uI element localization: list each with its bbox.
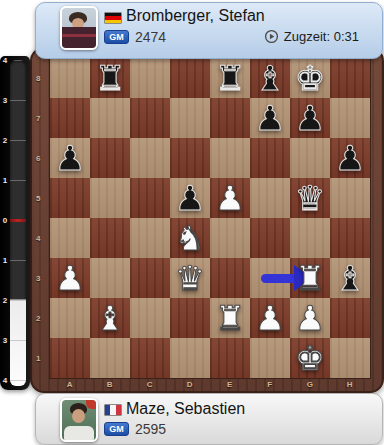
bottom-player-rating: 2595 [135, 421, 166, 437]
square-e3[interactable] [210, 258, 250, 298]
top-player-name: Bromberger, Stefan [126, 7, 265, 25]
file-label-a: A [67, 380, 73, 389]
square-d6[interactable] [170, 138, 210, 178]
germany-flag-icon [104, 12, 122, 24]
file-label-f: F [267, 380, 272, 389]
square-d1[interactable] [170, 338, 210, 378]
eval-scale-label: 4 [0, 56, 10, 65]
piece-black-pawn-d5[interactable]: ♟ [170, 178, 210, 218]
square-c6[interactable] [130, 138, 170, 178]
player-bar-bottom: Maze, Sebastien GM 2595 [35, 393, 383, 445]
piece-black-bishop-f8[interactable]: ♝ [250, 58, 290, 98]
top-player-title-badge: GM [104, 30, 129, 44]
piece-white-rook-e2[interactable]: ♜ [210, 298, 250, 338]
square-c7[interactable] [130, 98, 170, 138]
piece-white-pawn-a3[interactable]: ♟ [50, 258, 90, 298]
player-bar-top: Bromberger, Stefan GM 2474 Zugzeit: 0:31 [35, 2, 383, 59]
square-c8[interactable] [130, 58, 170, 98]
square-b7[interactable] [90, 98, 130, 138]
piece-black-bishop-h3[interactable]: ♝ [330, 258, 370, 298]
chess-board[interactable]: ♜♜♝♚♟♟♟♟♟♟♛♞♟♛♜♝♝♜♟♟♚ [50, 58, 370, 378]
evaluation-track [10, 60, 26, 386]
square-h7[interactable] [330, 98, 370, 138]
piece-white-pawn-f2[interactable]: ♟ [250, 298, 290, 338]
square-c5[interactable] [130, 178, 170, 218]
eval-tick [10, 180, 26, 181]
piece-white-bishop-b2[interactable]: ♝ [90, 298, 130, 338]
rank-label-4: 4 [36, 234, 40, 243]
piece-black-rook-b8[interactable]: ♜ [90, 58, 130, 98]
eval-scale-label: 0 [0, 216, 10, 225]
eval-tick [10, 340, 26, 341]
avatar-bottom-player [60, 398, 98, 442]
piece-white-pawn-e5[interactable]: ♟ [210, 178, 250, 218]
avatar-body [62, 27, 96, 48]
avatar-shirt [64, 426, 94, 440]
chess-app-screen: ♜♜♝♚♟♟♟♟♟♟♛♞♟♛♜♝♝♜♟♟♚ 87654321 ABCDEFGH … [0, 0, 384, 445]
eval-scale-label: 2 [0, 296, 10, 305]
piece-black-rook-e8[interactable]: ♜ [210, 58, 250, 98]
eval-tick [10, 260, 26, 261]
square-e1[interactable] [210, 338, 250, 378]
piece-black-pawn-a6[interactable]: ♟ [50, 138, 90, 178]
square-f1[interactable] [250, 338, 290, 378]
square-c3[interactable] [130, 258, 170, 298]
square-h4[interactable] [330, 218, 370, 258]
square-a5[interactable] [50, 178, 90, 218]
piece-white-knight-d4[interactable]: ♞ [170, 218, 210, 258]
square-d2[interactable] [170, 298, 210, 338]
file-label-d: D [187, 380, 193, 389]
move-time-label: Zugzeit: 0:31 [284, 29, 359, 44]
move-time-group: Zugzeit: 0:31 [264, 29, 359, 44]
square-a7[interactable] [50, 98, 90, 138]
rank-label-8: 8 [36, 74, 40, 83]
eval-zero-line [10, 219, 26, 222]
square-c2[interactable] [130, 298, 170, 338]
eval-scale-label: 1 [0, 256, 10, 265]
square-b4[interactable] [90, 218, 130, 258]
file-label-g: G [307, 380, 314, 389]
square-h2[interactable] [330, 298, 370, 338]
square-g6[interactable] [290, 138, 330, 178]
square-d8[interactable] [170, 58, 210, 98]
eval-scale-label: 3 [0, 96, 10, 105]
eval-scale-label: 1 [0, 176, 10, 185]
avatar-top-player [60, 6, 98, 50]
square-a4[interactable] [50, 218, 90, 258]
eval-tick [10, 60, 26, 61]
eval-white-fill [10, 299, 26, 386]
piece-black-king-g8[interactable]: ♚ [290, 58, 330, 98]
square-b1[interactable] [90, 338, 130, 378]
eval-scale-label: 3 [0, 336, 10, 345]
avatar-red-mark [86, 400, 96, 409]
board-frame: ♜♜♝♚♟♟♟♟♟♟♛♞♟♛♜♝♝♜♟♟♚ 87654321 ABCDEFGH [30, 47, 384, 393]
square-a1[interactable] [50, 338, 90, 378]
square-g4[interactable] [290, 218, 330, 258]
piece-white-rook-g3[interactable]: ♜ [290, 258, 330, 298]
bottom-player-title-badge: GM [104, 422, 129, 436]
square-h5[interactable] [330, 178, 370, 218]
file-label-h: H [347, 380, 353, 389]
square-b5[interactable] [90, 178, 130, 218]
rank-label-6: 6 [36, 154, 40, 163]
square-a2[interactable] [50, 298, 90, 338]
square-e4[interactable] [210, 218, 250, 258]
square-f5[interactable] [250, 178, 290, 218]
eval-tick [10, 380, 26, 381]
square-h1[interactable] [330, 338, 370, 378]
square-f6[interactable] [250, 138, 290, 178]
avatar-face [72, 409, 85, 423]
move-clock-icon [264, 29, 279, 44]
eval-tick [10, 100, 26, 101]
france-flag-icon [104, 404, 122, 416]
file-label-e: E [227, 380, 233, 389]
square-b3[interactable] [90, 258, 130, 298]
piece-black-pawn-h6[interactable]: ♟ [330, 138, 370, 178]
eval-tick [10, 140, 26, 141]
bottom-player-name: Maze, Sebastien [126, 400, 245, 418]
eval-scale-label: 4 [0, 376, 10, 385]
piece-white-queen-d3[interactable]: ♛ [170, 258, 210, 298]
piece-white-king-g1[interactable]: ♚ [290, 338, 330, 378]
square-a8[interactable] [50, 58, 90, 98]
piece-white-pawn-g2[interactable]: ♟ [290, 298, 330, 338]
evaluation-bar: 432101234 [0, 56, 30, 390]
rank-label-5: 5 [36, 194, 40, 203]
piece-black-pawn-f7[interactable]: ♟ [250, 98, 290, 138]
square-d7[interactable] [170, 98, 210, 138]
square-f4[interactable] [250, 218, 290, 258]
piece-black-pawn-g7[interactable]: ♟ [290, 98, 330, 138]
square-c1[interactable] [130, 338, 170, 378]
piece-black-queen-g5[interactable]: ♛ [290, 178, 330, 218]
rank-label-1: 1 [36, 354, 40, 363]
rank-label-3: 3 [36, 274, 40, 283]
file-label-b: B [107, 380, 113, 389]
eval-tick [10, 300, 26, 301]
square-c4[interactable] [130, 218, 170, 258]
square-h8[interactable] [330, 58, 370, 98]
top-player-rating: 2474 [135, 29, 166, 45]
rank-label-2: 2 [36, 314, 40, 323]
eval-scale-label: 2 [0, 136, 10, 145]
square-e6[interactable] [210, 138, 250, 178]
square-e7[interactable] [210, 98, 250, 138]
file-label-c: C [147, 380, 153, 389]
avatar-shirt-stripe [62, 34, 96, 37]
square-b6[interactable] [90, 138, 130, 178]
rank-label-7: 7 [36, 114, 40, 123]
